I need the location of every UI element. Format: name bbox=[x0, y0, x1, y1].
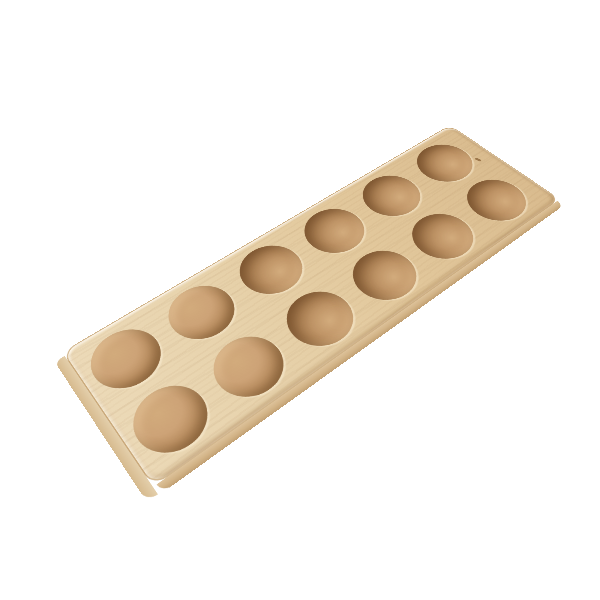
mancala-board bbox=[62, 125, 560, 487]
board-top-face bbox=[62, 125, 560, 487]
scene bbox=[0, 0, 600, 600]
pit-grid bbox=[64, 126, 559, 485]
